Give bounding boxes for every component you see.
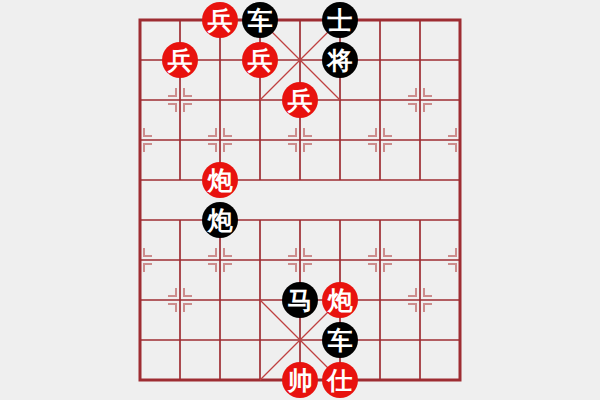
pieces-layer: 兵车士兵兵将兵炮炮马炮车帅仕 [0,0,600,400]
xiangqi-diagram: 兵车士兵兵将兵炮炮马炮车帅仕 [0,0,600,400]
piece-black-cannon[interactable]: 炮 [202,202,238,238]
piece-black-chariot[interactable]: 车 [322,322,358,358]
piece-red-soldier[interactable]: 兵 [202,2,238,38]
piece-red-cannon[interactable]: 炮 [322,282,358,318]
piece-black-general[interactable]: 将 [322,42,358,78]
piece-red-soldier[interactable]: 兵 [242,42,278,78]
piece-red-cannon[interactable]: 炮 [202,162,238,198]
piece-black-horse[interactable]: 马 [282,282,318,318]
piece-black-chariot[interactable]: 车 [242,2,278,38]
piece-red-soldier[interactable]: 兵 [162,42,198,78]
piece-red-advisor[interactable]: 仕 [322,362,358,398]
piece-black-advisor[interactable]: 士 [322,2,358,38]
piece-red-general[interactable]: 帅 [282,362,318,398]
piece-red-soldier[interactable]: 兵 [282,82,318,118]
